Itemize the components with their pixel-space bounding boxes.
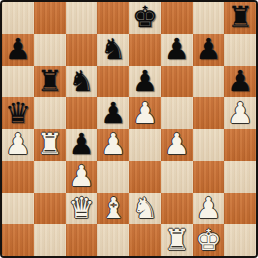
square-d4[interactable]: ♟ — [97, 129, 129, 161]
black-rook[interactable]: ♜ — [227, 2, 253, 33]
square-c3[interactable]: ♟ — [66, 161, 98, 193]
square-c4[interactable]: ♟ — [66, 129, 98, 161]
square-g6[interactable] — [193, 66, 225, 98]
square-b6[interactable]: ♜ — [34, 66, 66, 98]
square-h6[interactable]: ♟ — [224, 66, 256, 98]
square-h7[interactable] — [224, 34, 256, 66]
white-pawn[interactable]: ♟ — [5, 129, 31, 160]
black-pawn[interactable]: ♟ — [164, 34, 190, 65]
chess-board-frame: ♚♜♟♞♟♟♜♞♟♟♛♟♟♟♟♜♟♟♟♟♛♝♞♟♜♚ — [0, 0, 258, 258]
square-a2[interactable] — [2, 193, 34, 225]
white-pawn[interactable]: ♟ — [132, 98, 158, 129]
square-b3[interactable] — [34, 161, 66, 193]
square-h5[interactable]: ♟ — [224, 97, 256, 129]
square-g3[interactable] — [193, 161, 225, 193]
white-pawn[interactable]: ♟ — [100, 129, 126, 160]
square-g5[interactable] — [193, 97, 225, 129]
square-d1[interactable] — [97, 224, 129, 256]
square-e4[interactable] — [129, 129, 161, 161]
square-g7[interactable]: ♟ — [193, 34, 225, 66]
square-e3[interactable] — [129, 161, 161, 193]
square-f4[interactable]: ♟ — [161, 129, 193, 161]
square-b2[interactable] — [34, 193, 66, 225]
square-b7[interactable] — [34, 34, 66, 66]
square-b1[interactable] — [34, 224, 66, 256]
square-g4[interactable] — [193, 129, 225, 161]
square-f5[interactable] — [161, 97, 193, 129]
black-knight[interactable]: ♞ — [68, 66, 94, 97]
black-pawn[interactable]: ♟ — [100, 98, 126, 129]
square-h2[interactable] — [224, 193, 256, 225]
square-e6[interactable]: ♟ — [129, 66, 161, 98]
white-pawn[interactable]: ♟ — [68, 161, 94, 192]
chess-board: ♚♜♟♞♟♟♜♞♟♟♛♟♟♟♟♜♟♟♟♟♛♝♞♟♜♚ — [2, 2, 256, 256]
white-pawn[interactable]: ♟ — [195, 193, 221, 224]
white-pawn[interactable]: ♟ — [227, 98, 253, 129]
square-f7[interactable]: ♟ — [161, 34, 193, 66]
square-c1[interactable] — [66, 224, 98, 256]
square-d2[interactable]: ♝ — [97, 193, 129, 225]
black-queen[interactable]: ♛ — [5, 98, 31, 129]
square-f1[interactable]: ♜ — [161, 224, 193, 256]
black-knight[interactable]: ♞ — [100, 34, 126, 65]
square-g1[interactable]: ♚ — [193, 224, 225, 256]
square-h8[interactable]: ♜ — [224, 2, 256, 34]
white-knight[interactable]: ♞ — [132, 193, 158, 224]
square-a6[interactable] — [2, 66, 34, 98]
black-king[interactable]: ♚ — [132, 2, 158, 33]
black-pawn[interactable]: ♟ — [132, 66, 158, 97]
square-d6[interactable] — [97, 66, 129, 98]
white-pawn[interactable]: ♟ — [164, 129, 190, 160]
white-bishop[interactable]: ♝ — [100, 193, 126, 224]
black-pawn[interactable]: ♟ — [68, 129, 94, 160]
white-king[interactable]: ♚ — [195, 225, 221, 256]
black-pawn[interactable]: ♟ — [5, 34, 31, 65]
square-b8[interactable] — [34, 2, 66, 34]
white-rook[interactable]: ♜ — [37, 129, 63, 160]
square-a3[interactable] — [2, 161, 34, 193]
square-d3[interactable] — [97, 161, 129, 193]
white-rook[interactable]: ♜ — [164, 225, 190, 256]
square-c2[interactable]: ♛ — [66, 193, 98, 225]
square-e2[interactable]: ♞ — [129, 193, 161, 225]
square-c6[interactable]: ♞ — [66, 66, 98, 98]
square-f8[interactable] — [161, 2, 193, 34]
square-h4[interactable] — [224, 129, 256, 161]
square-g8[interactable] — [193, 2, 225, 34]
square-c8[interactable] — [66, 2, 98, 34]
square-g2[interactable]: ♟ — [193, 193, 225, 225]
square-f3[interactable] — [161, 161, 193, 193]
square-c5[interactable] — [66, 97, 98, 129]
square-h3[interactable] — [224, 161, 256, 193]
square-d7[interactable]: ♞ — [97, 34, 129, 66]
square-c7[interactable] — [66, 34, 98, 66]
square-e1[interactable] — [129, 224, 161, 256]
square-a8[interactable] — [2, 2, 34, 34]
square-e8[interactable]: ♚ — [129, 2, 161, 34]
square-a5[interactable]: ♛ — [2, 97, 34, 129]
square-d8[interactable] — [97, 2, 129, 34]
square-a7[interactable]: ♟ — [2, 34, 34, 66]
white-queen[interactable]: ♛ — [68, 193, 94, 224]
square-e7[interactable] — [129, 34, 161, 66]
black-rook[interactable]: ♜ — [37, 66, 63, 97]
square-b5[interactable] — [34, 97, 66, 129]
square-a4[interactable]: ♟ — [2, 129, 34, 161]
square-h1[interactable] — [224, 224, 256, 256]
square-b4[interactable]: ♜ — [34, 129, 66, 161]
square-a1[interactable] — [2, 224, 34, 256]
black-pawn[interactable]: ♟ — [227, 66, 253, 97]
square-e5[interactable]: ♟ — [129, 97, 161, 129]
square-f6[interactable] — [161, 66, 193, 98]
square-d5[interactable]: ♟ — [97, 97, 129, 129]
black-pawn[interactable]: ♟ — [195, 34, 221, 65]
square-f2[interactable] — [161, 193, 193, 225]
